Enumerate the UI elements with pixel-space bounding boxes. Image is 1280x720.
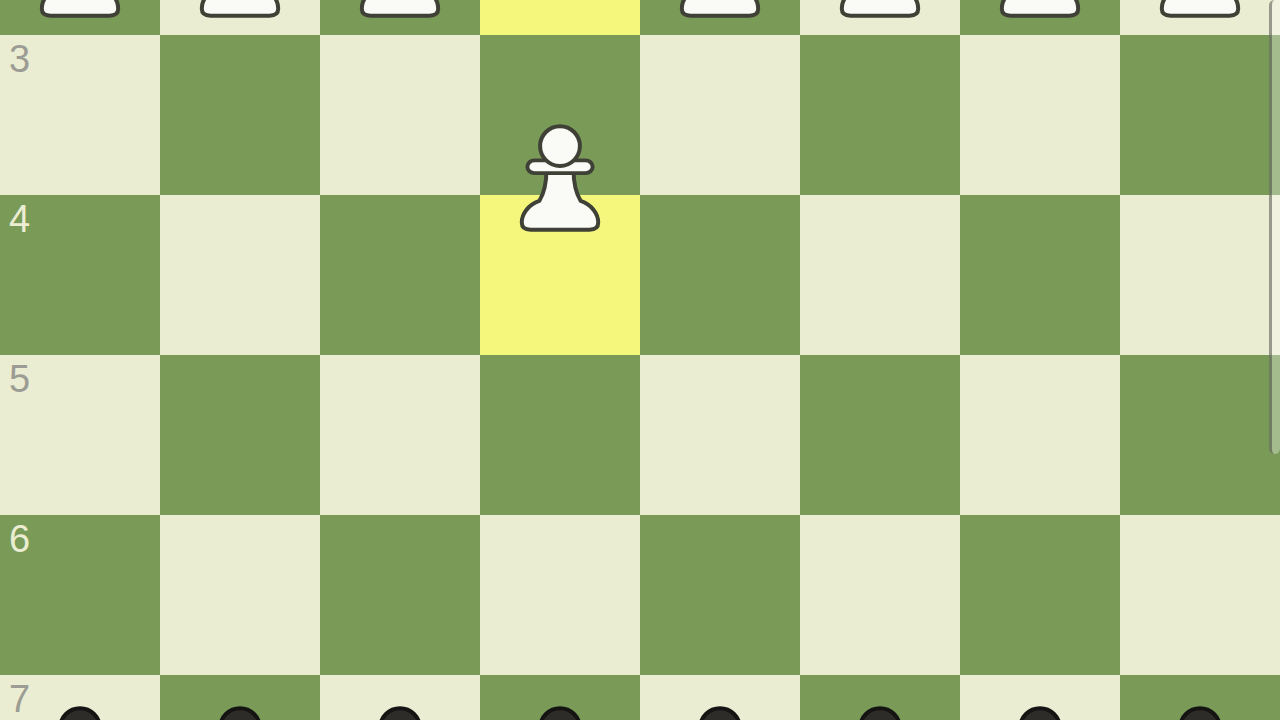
white-pawn-e4-moving[interactable] bbox=[517, 122, 603, 233]
square-h4[interactable]: 4 bbox=[0, 195, 160, 355]
black-pawn-a7[interactable] bbox=[1157, 704, 1243, 720]
square-d6[interactable] bbox=[640, 515, 800, 675]
square-b6[interactable] bbox=[960, 515, 1120, 675]
rank-label-4: 4 bbox=[9, 200, 30, 238]
white-pawn-a2[interactable] bbox=[1157, 0, 1243, 19]
square-a4[interactable] bbox=[1120, 195, 1280, 355]
square-b5[interactable] bbox=[960, 355, 1120, 515]
square-b4[interactable] bbox=[960, 195, 1120, 355]
square-g6[interactable] bbox=[160, 515, 320, 675]
white-pawn-b2[interactable] bbox=[997, 0, 1083, 19]
white-pawn-h2[interactable] bbox=[37, 0, 123, 19]
square-a6[interactable] bbox=[1120, 515, 1280, 675]
square-c5[interactable] bbox=[800, 355, 960, 515]
square-c3[interactable] bbox=[800, 35, 960, 195]
square-g3[interactable] bbox=[160, 35, 320, 195]
black-pawn-d7[interactable] bbox=[677, 704, 763, 720]
black-pawn-e7[interactable] bbox=[517, 704, 603, 720]
black-pawn-f7[interactable] bbox=[357, 704, 443, 720]
white-pawn-d2[interactable] bbox=[677, 0, 763, 19]
black-pawn-h7[interactable] bbox=[37, 704, 123, 720]
square-b3[interactable] bbox=[960, 35, 1120, 195]
scrollbar-thumb[interactable] bbox=[1269, 0, 1280, 454]
black-pawn-b7[interactable] bbox=[997, 704, 1083, 720]
square-e6[interactable] bbox=[480, 515, 640, 675]
rank-label-5: 5 bbox=[9, 360, 30, 398]
square-d3[interactable] bbox=[640, 35, 800, 195]
board-squares: 34567 bbox=[0, 0, 1280, 720]
square-f3[interactable] bbox=[320, 35, 480, 195]
square-d4[interactable] bbox=[640, 195, 800, 355]
square-d5[interactable] bbox=[640, 355, 800, 515]
square-g5[interactable] bbox=[160, 355, 320, 515]
square-g4[interactable] bbox=[160, 195, 320, 355]
square-a5[interactable] bbox=[1120, 355, 1280, 515]
square-c4[interactable] bbox=[800, 195, 960, 355]
square-f6[interactable] bbox=[320, 515, 480, 675]
square-f5[interactable] bbox=[320, 355, 480, 515]
rank-label-6: 6 bbox=[9, 520, 30, 558]
square-f4[interactable] bbox=[320, 195, 480, 355]
white-pawn-f2[interactable] bbox=[357, 0, 443, 19]
white-pawn-c2[interactable] bbox=[837, 0, 923, 19]
square-h6[interactable]: 6 bbox=[0, 515, 160, 675]
rank-label-3: 3 bbox=[9, 40, 30, 78]
square-h5[interactable]: 5 bbox=[0, 355, 160, 515]
square-e2[interactable] bbox=[480, 0, 640, 35]
square-a3[interactable] bbox=[1120, 35, 1280, 195]
white-pawn-g2[interactable] bbox=[197, 0, 283, 19]
black-pawn-c7[interactable] bbox=[837, 704, 923, 720]
square-c6[interactable] bbox=[800, 515, 960, 675]
chess-board-view: 34567 bbox=[0, 0, 1280, 720]
rank-label-7: 7 bbox=[9, 680, 30, 718]
square-h3[interactable]: 3 bbox=[0, 35, 160, 195]
square-e5[interactable] bbox=[480, 355, 640, 515]
black-pawn-g7[interactable] bbox=[197, 704, 283, 720]
